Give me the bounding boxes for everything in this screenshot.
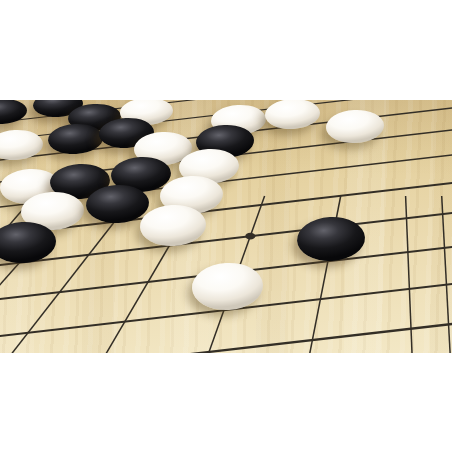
go-board-photo xyxy=(0,100,452,353)
black-stone xyxy=(0,100,27,125)
white-stone xyxy=(325,109,384,144)
white-stone xyxy=(0,129,44,162)
black-stone xyxy=(296,215,366,263)
white-stone xyxy=(264,100,321,130)
stones-layer xyxy=(0,100,452,353)
black-stone xyxy=(47,122,104,155)
white-stone xyxy=(190,261,263,312)
white-stone xyxy=(139,203,207,247)
screenshot-canvas xyxy=(0,0,452,452)
